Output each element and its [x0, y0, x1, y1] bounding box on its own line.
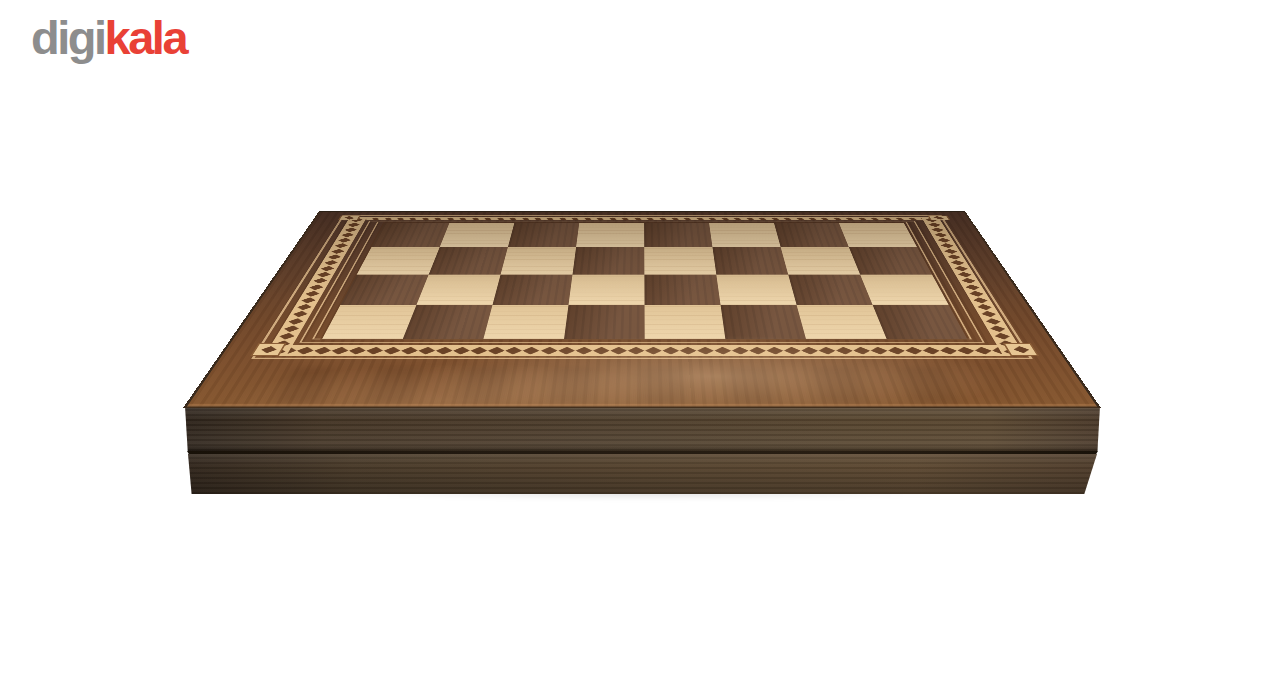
inlay-diamond [335, 243, 348, 248]
inlay-diamond [783, 217, 791, 220]
inlay-diamond [709, 217, 717, 220]
inlay-diamond [384, 347, 401, 355]
inlay-diamond [314, 347, 331, 355]
inlay-diamond [1013, 346, 1028, 353]
dark-square [572, 247, 644, 274]
light-square [501, 247, 576, 274]
inlay-diamond [846, 217, 854, 220]
inlay-diamond [836, 347, 853, 355]
inlay-diamond [888, 347, 905, 355]
light-square [357, 247, 440, 274]
inlay-diamond [280, 333, 295, 340]
inlay-diamond [309, 284, 323, 290]
inlay-diamond [324, 260, 337, 265]
inlay-diamond [958, 272, 972, 277]
light-square [644, 247, 716, 274]
inlay-diamond [559, 217, 567, 220]
inlay-diamond [944, 249, 957, 254]
inlay-diamond [384, 217, 392, 220]
inlay-diamond [962, 278, 976, 284]
inlay-diamond [609, 217, 617, 220]
inlay-diamond [313, 278, 327, 284]
dark-square [340, 275, 428, 305]
inlay-diamond [436, 347, 453, 355]
inlay-diamond [990, 325, 1005, 332]
inlay-diamond [975, 347, 992, 355]
inlay-diamond [345, 228, 357, 233]
inlay-diamond [969, 291, 983, 297]
inlay-diamond [986, 318, 1001, 324]
inlay-diamond [714, 347, 731, 355]
inlay-diamond [696, 217, 704, 220]
case-base-front [188, 454, 1097, 494]
inlay-diamond [871, 217, 879, 220]
inlay-diamond [934, 216, 945, 220]
inlay-diamond [853, 347, 870, 355]
dark-square [644, 275, 720, 305]
inlay-diamond [422, 217, 430, 220]
inlay-diamond [523, 347, 540, 355]
light-square [322, 305, 416, 339]
light-square [645, 305, 726, 339]
inlay-diamond [454, 347, 471, 355]
inlay-diamond [297, 347, 314, 355]
inlay-diamond [659, 217, 667, 220]
inlay-diamond [261, 346, 276, 353]
inlay-diamond [341, 233, 354, 238]
product-photo: digikala [0, 0, 1280, 700]
inlay-diamond [471, 347, 488, 355]
inlay-diamond [819, 347, 836, 355]
inlay-diamond [938, 238, 951, 243]
inlay-diamond [289, 318, 304, 324]
inlay-diamond [982, 311, 997, 317]
inlay-diamond [575, 347, 592, 355]
inlay-diamond [328, 254, 341, 259]
light-square [781, 247, 860, 274]
inlay-diamond [571, 217, 579, 220]
inlay-diamond [434, 217, 442, 220]
inlay-diamond [367, 347, 384, 355]
inlay-diamond [796, 217, 804, 220]
inlay-diamond [297, 304, 311, 310]
inlay-diamond [348, 223, 360, 227]
inlay-diamond [954, 266, 967, 271]
inlay-diamond [749, 347, 766, 355]
inlay-diamond [306, 291, 320, 297]
inlay-diamond [948, 254, 961, 259]
inlay-diamond [338, 238, 351, 243]
dark-square [644, 223, 712, 248]
inlay-diamond [488, 347, 505, 355]
light-square [416, 275, 500, 305]
inlay-diamond [871, 347, 888, 355]
dark-square [774, 223, 849, 248]
light-square [569, 275, 645, 305]
inlay-diamond [928, 223, 940, 227]
inlay-diamond [521, 217, 529, 220]
inlay-diamond [732, 347, 749, 355]
inlay-diamond [759, 217, 767, 220]
inlay-diamond [472, 217, 480, 220]
inlay-diamond [593, 347, 610, 355]
inlay-diamond [332, 347, 349, 355]
inlay-diamond [534, 217, 542, 220]
inlay-diamond [558, 347, 575, 355]
inlay-diamond [419, 347, 436, 355]
inlay-diamond [734, 217, 742, 220]
inlay-diamond [934, 233, 947, 238]
inlay-diamond [459, 217, 467, 220]
inlay-diamond [401, 347, 418, 355]
inlay-diamond [506, 347, 523, 355]
inlay-diamond [941, 243, 954, 248]
inlay-diamond [697, 347, 714, 355]
gloss-reflection [273, 367, 1010, 403]
inlay-diamond [940, 347, 957, 355]
inlay-diamond [905, 347, 922, 355]
inlay-diamond [345, 216, 355, 220]
light-square [716, 275, 796, 305]
inlay-diamond [645, 347, 662, 355]
inlay-diamond [634, 217, 642, 220]
inlay-diamond [349, 347, 366, 355]
inlay-diamond [301, 297, 315, 303]
inlay-diamond [766, 347, 783, 355]
inlay-diamond [447, 217, 455, 220]
inlay-diamond [627, 347, 644, 355]
inlay-diamond [858, 217, 866, 220]
inlay-diamond [931, 228, 943, 233]
dark-square [492, 275, 572, 305]
light-square [440, 223, 515, 248]
inlay-diamond [973, 297, 987, 303]
dark-square [403, 305, 493, 339]
inlay-diamond [662, 347, 679, 355]
dark-square [849, 247, 932, 274]
inlay-corner-rosette [927, 216, 950, 221]
case-lid-front [185, 406, 1100, 451]
inlay-diamond [966, 284, 980, 290]
inlay-diamond [331, 249, 344, 254]
inlay-diamond [684, 217, 692, 220]
light-square [483, 305, 568, 339]
inlay-diamond [784, 347, 801, 355]
dark-square [788, 275, 872, 305]
case-lid-top [183, 211, 1101, 408]
inlay-diamond [808, 217, 816, 220]
inlay-diamond [621, 217, 629, 220]
inlay-diamond [284, 325, 299, 332]
inlay-diamond [995, 333, 1010, 340]
inlay-diamond [317, 272, 331, 277]
case-hinge-seam [187, 451, 1098, 454]
inlay-diamond [833, 217, 841, 220]
inlay-diamond [771, 217, 779, 220]
inlay-diamond [497, 217, 505, 220]
inlay-diamond [509, 217, 517, 220]
inlay-diamond [484, 217, 492, 220]
dark-square [371, 223, 449, 248]
inlay-diamond [540, 347, 557, 355]
inlay-diamond [596, 217, 604, 220]
inlay-diamond [908, 217, 916, 220]
light-square [709, 223, 781, 248]
inlay-diamond [958, 347, 975, 355]
inlay-diamond-band-top [344, 217, 945, 220]
light-square [839, 223, 917, 248]
inlay-diamond [896, 217, 904, 220]
inlay-diamond [923, 347, 940, 355]
dark-square [429, 247, 508, 274]
inlay-diamond [883, 217, 891, 220]
inlay-diamond [293, 311, 308, 317]
dark-square [721, 305, 806, 339]
light-square [797, 305, 887, 339]
inlay-diamond [977, 304, 991, 310]
game-case [0, 0, 1280, 700]
inlay-corner-rosette [338, 216, 361, 221]
inlay-diamond [801, 347, 818, 355]
inlay-diamond [746, 217, 754, 220]
inlay-diamond [372, 217, 380, 220]
dark-square [712, 247, 788, 274]
inlay-diamond [721, 217, 729, 220]
inlay-diamond [680, 347, 697, 355]
inlay-diamond [671, 217, 679, 220]
dark-square [508, 223, 579, 248]
inlay-diamond [546, 217, 554, 220]
inlay-diamond [397, 217, 405, 220]
light-square [576, 223, 644, 248]
inlay-diamond [321, 266, 334, 271]
lid-near-edge [186, 404, 1098, 408]
inlay-diamond [646, 217, 654, 220]
inlay-diamond [409, 217, 417, 220]
inlay-diamond [610, 347, 627, 355]
inlay-diamond [584, 217, 592, 220]
inlay-diamond [821, 217, 829, 220]
inlay-diamond-band-bottom [259, 345, 1031, 356]
dark-square [564, 305, 645, 339]
chessboard-half [322, 223, 967, 339]
inlay-diamond [951, 260, 964, 265]
